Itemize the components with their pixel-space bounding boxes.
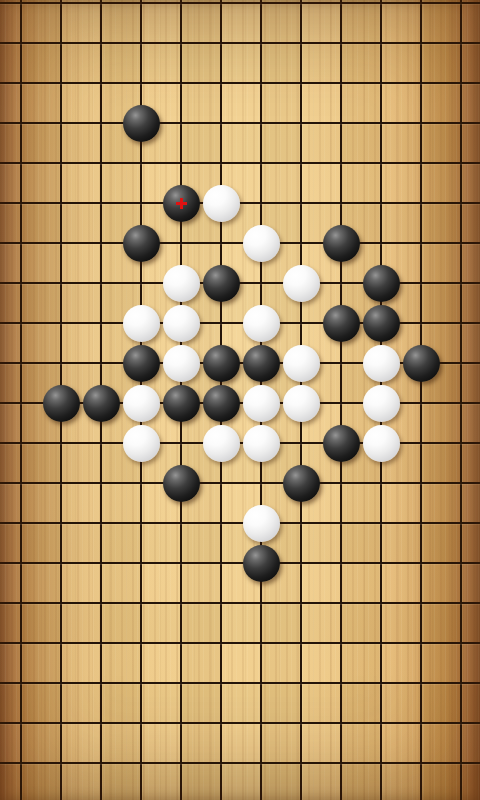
white-stone xyxy=(123,305,160,342)
white-stone xyxy=(203,185,240,222)
black-stone xyxy=(43,385,80,422)
black-stone xyxy=(203,385,240,422)
black-stone xyxy=(163,465,200,502)
black-stone xyxy=(123,105,160,142)
black-stone xyxy=(163,385,200,422)
white-stone xyxy=(243,385,280,422)
white-stone xyxy=(163,305,200,342)
white-stone xyxy=(163,265,200,302)
white-stone xyxy=(283,265,320,302)
black-stone xyxy=(163,185,200,222)
white-stone xyxy=(123,385,160,422)
white-stone xyxy=(243,225,280,262)
black-stone xyxy=(323,425,360,462)
black-stone xyxy=(83,385,120,422)
black-stone xyxy=(323,225,360,262)
black-stone xyxy=(363,265,400,302)
black-stone xyxy=(283,465,320,502)
gomoku-board[interactable] xyxy=(0,0,480,800)
white-stone xyxy=(123,425,160,462)
white-stone xyxy=(363,345,400,382)
black-stone xyxy=(203,265,240,302)
black-stone xyxy=(403,345,440,382)
white-stone xyxy=(283,385,320,422)
white-stone xyxy=(203,425,240,462)
white-stone xyxy=(163,345,200,382)
white-stone xyxy=(363,385,400,422)
white-stone xyxy=(363,425,400,462)
black-stone xyxy=(323,305,360,342)
white-stone xyxy=(283,345,320,382)
black-stone xyxy=(243,545,280,582)
black-stone xyxy=(123,345,160,382)
black-stone xyxy=(123,225,160,262)
white-stone xyxy=(243,425,280,462)
black-stone xyxy=(363,305,400,342)
black-stone xyxy=(203,345,240,382)
white-stone xyxy=(243,305,280,342)
white-stone xyxy=(243,505,280,542)
black-stone xyxy=(243,345,280,382)
